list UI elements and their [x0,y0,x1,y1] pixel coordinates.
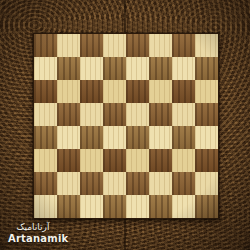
square-f5 [149,103,172,126]
square-e2 [126,172,149,195]
square-f1 [149,195,172,218]
watermark-farsi-text: آرتانامیک [8,222,58,232]
square-b6 [57,80,80,103]
square-h3 [195,149,218,172]
square-a4 [34,126,57,149]
square-e1 [126,195,149,218]
square-e4 [126,126,149,149]
square-h4 [195,126,218,149]
square-a6 [34,80,57,103]
square-d7 [103,57,126,80]
square-d2 [103,172,126,195]
square-e5 [126,103,149,126]
square-c1 [80,195,103,218]
square-b4 [57,126,80,149]
square-f7 [149,57,172,80]
square-b1 [57,195,80,218]
square-g5 [172,103,195,126]
square-g1 [172,195,195,218]
watermark-latin-text: Artanamik [8,233,58,245]
square-d4 [103,126,126,149]
square-d6 [103,80,126,103]
square-b7 [57,57,80,80]
square-c7 [80,57,103,80]
square-h1 [195,195,218,218]
square-e8 [126,34,149,57]
square-h5 [195,103,218,126]
square-g6 [172,80,195,103]
square-f3 [149,149,172,172]
product-photo: آرتانامیک Artanamik [0,0,250,250]
square-c5 [80,103,103,126]
square-e7 [126,57,149,80]
square-a2 [34,172,57,195]
square-f6 [149,80,172,103]
square-f4 [149,126,172,149]
square-h8 [195,34,218,57]
square-b5 [57,103,80,126]
square-c3 [80,149,103,172]
square-d1 [103,195,126,218]
square-h6 [195,80,218,103]
square-f2 [149,172,172,195]
square-d3 [103,149,126,172]
square-c2 [80,172,103,195]
square-g8 [172,34,195,57]
square-b8 [57,34,80,57]
square-g2 [172,172,195,195]
square-d8 [103,34,126,57]
watermark: آرتانامیک Artanamik [8,222,58,244]
square-a8 [34,34,57,57]
square-c6 [80,80,103,103]
square-f8 [149,34,172,57]
square-c4 [80,126,103,149]
square-e6 [126,80,149,103]
square-e3 [126,149,149,172]
square-d5 [103,103,126,126]
square-g3 [172,149,195,172]
square-g4 [172,126,195,149]
square-a1 [34,195,57,218]
square-g7 [172,57,195,80]
square-b3 [57,149,80,172]
chess-board [33,33,219,219]
square-b2 [57,172,80,195]
square-h7 [195,57,218,80]
square-h2 [195,172,218,195]
square-a3 [34,149,57,172]
square-c8 [80,34,103,57]
square-a7 [34,57,57,80]
square-a5 [34,103,57,126]
